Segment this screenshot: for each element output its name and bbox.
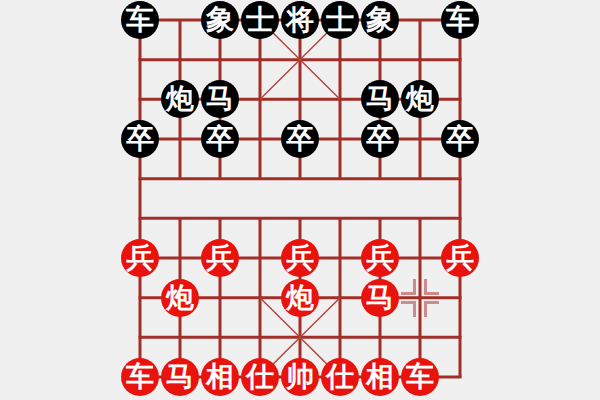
piece-glyph: 炮	[166, 85, 194, 113]
piece-red-soldier[interactable]: 兵	[361, 239, 399, 277]
piece-glyph: 卒	[366, 125, 394, 153]
piece-black-advisor[interactable]: 士	[321, 1, 359, 39]
piece-glyph: 马	[366, 85, 394, 113]
piece-glyph: 兵	[286, 244, 314, 272]
piece-black-soldier[interactable]: 卒	[201, 120, 239, 158]
piece-red-chariot[interactable]: 车	[401, 358, 439, 396]
piece-glyph: 象	[366, 6, 394, 34]
piece-black-horse[interactable]: 马	[361, 80, 399, 118]
piece-glyph: 兵	[366, 244, 394, 272]
piece-red-general[interactable]: 帅	[281, 358, 319, 396]
last-move-marker-corner-tl	[401, 279, 416, 295]
piece-glyph: 兵	[446, 244, 474, 272]
piece-glyph: 兵	[206, 244, 234, 272]
piece-glyph: 象	[206, 6, 234, 34]
piece-glyph: 炮	[166, 284, 194, 312]
piece-black-elephant[interactable]: 象	[201, 1, 239, 39]
piece-red-cannon[interactable]: 炮	[161, 279, 199, 317]
piece-glyph: 炮	[406, 85, 434, 113]
piece-glyph: 帅	[286, 363, 314, 391]
piece-glyph: 相	[206, 363, 234, 391]
piece-black-soldier[interactable]: 卒	[361, 120, 399, 158]
piece-glyph: 马	[166, 363, 194, 391]
xiangqi-board: 车象士将士象车炮马马炮卒卒卒卒卒兵兵兵兵兵炮炮马车马相仕帅仕相车	[120, 0, 480, 397]
piece-glyph: 仕	[246, 363, 274, 391]
piece-glyph: 车	[126, 6, 154, 34]
piece-glyph: 兵	[126, 244, 154, 272]
piece-black-advisor[interactable]: 士	[241, 1, 279, 39]
piece-red-elephant[interactable]: 相	[201, 358, 239, 396]
piece-black-chariot[interactable]: 车	[121, 1, 159, 39]
piece-black-chariot[interactable]: 车	[441, 1, 479, 39]
last-move-marker	[400, 278, 440, 318]
piece-red-elephant[interactable]: 相	[361, 358, 399, 396]
piece-black-elephant[interactable]: 象	[361, 1, 399, 39]
piece-glyph: 仕	[326, 363, 354, 391]
piece-red-chariot[interactable]: 车	[121, 358, 159, 396]
piece-black-general[interactable]: 将	[281, 1, 319, 39]
piece-red-horse[interactable]: 马	[161, 358, 199, 396]
last-move-marker-corner-br	[424, 301, 439, 317]
piece-glyph: 车	[446, 6, 474, 34]
piece-red-advisor[interactable]: 仕	[321, 358, 359, 396]
piece-red-soldier[interactable]: 兵	[281, 239, 319, 277]
piece-black-cannon[interactable]: 炮	[401, 80, 439, 118]
piece-red-soldier[interactable]: 兵	[441, 239, 479, 277]
piece-black-horse[interactable]: 马	[201, 80, 239, 118]
piece-red-soldier[interactable]: 兵	[121, 239, 159, 277]
piece-glyph: 士	[246, 6, 274, 34]
piece-glyph: 卒	[286, 125, 314, 153]
piece-glyph: 炮	[286, 284, 314, 312]
piece-black-soldier[interactable]: 卒	[281, 120, 319, 158]
piece-red-soldier[interactable]: 兵	[201, 239, 239, 277]
piece-red-cannon[interactable]: 炮	[281, 279, 319, 317]
piece-glyph: 相	[366, 363, 394, 391]
last-move-marker-corner-bl	[401, 301, 416, 317]
piece-glyph: 卒	[206, 125, 234, 153]
piece-red-horse[interactable]: 马	[361, 279, 399, 317]
piece-glyph: 卒	[446, 125, 474, 153]
xiangqi-diagram: 车象士将士象车炮马马炮卒卒卒卒卒兵兵兵兵兵炮炮马车马相仕帅仕相车	[0, 0, 600, 400]
piece-glyph: 卒	[126, 125, 154, 153]
piece-glyph: 马	[206, 85, 234, 113]
piece-glyph: 马	[366, 284, 394, 312]
piece-glyph: 士	[326, 6, 354, 34]
piece-glyph: 车	[126, 363, 154, 391]
piece-black-cannon[interactable]: 炮	[161, 80, 199, 118]
piece-glyph: 将	[286, 6, 314, 34]
piece-black-soldier[interactable]: 卒	[121, 120, 159, 158]
piece-red-advisor[interactable]: 仕	[241, 358, 279, 396]
last-move-marker-corner-tr	[424, 279, 439, 295]
piece-black-soldier[interactable]: 卒	[441, 120, 479, 158]
piece-glyph: 车	[406, 363, 434, 391]
